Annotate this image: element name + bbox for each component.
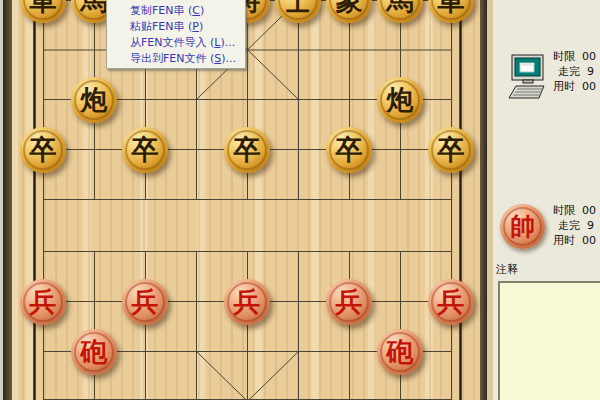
- menu-item-c[interactable]: 复制FEN串 (C): [107, 3, 245, 19]
- annotation-textarea[interactable]: [498, 281, 600, 400]
- piece-red-兵[interactable]: 兵: [326, 279, 372, 325]
- clock-value: 00: [582, 50, 596, 63]
- piece-black-炮[interactable]: 炮: [71, 77, 117, 123]
- piece-glyph: 卒: [30, 136, 57, 163]
- board-left-edge: [3, 0, 12, 400]
- piece-glyph: 卒: [336, 136, 363, 163]
- piece-glyph: 炮: [81, 86, 108, 113]
- piece-red-兵[interactable]: 兵: [224, 279, 270, 325]
- piece-glyph: 馬: [81, 0, 108, 14]
- piece-glyph: 兵: [132, 288, 159, 315]
- piece-glyph: 卒: [132, 136, 159, 163]
- clock-line: 用时00: [553, 233, 596, 248]
- piece-black-卒[interactable]: 卒: [326, 127, 372, 173]
- computer-icon: [508, 54, 546, 105]
- piece-glyph: 兵: [336, 288, 363, 315]
- board-left-margin: [12, 0, 18, 400]
- clock-label: 走完: [558, 65, 580, 78]
- red-king-icon: 帥: [500, 204, 545, 249]
- piece-glyph: 車: [438, 0, 465, 14]
- piece-glyph: 馬: [387, 0, 414, 14]
- piece-glyph: 砲: [81, 338, 108, 365]
- piece-black-炮[interactable]: 炮: [377, 77, 423, 123]
- computer-clock: 时限00走完9用时00: [553, 49, 596, 94]
- menu-item-l[interactable]: 从FEN文件导入 (L)...: [107, 35, 245, 51]
- piece-black-卒[interactable]: 卒: [224, 127, 270, 173]
- piece-glyph: 卒: [234, 136, 261, 163]
- clock-value: 9: [587, 219, 594, 232]
- piece-red-兵[interactable]: 兵: [122, 279, 168, 325]
- red-king-glyph: 帥: [510, 210, 535, 243]
- clock-value: 00: [582, 204, 596, 217]
- piece-glyph: 炮: [387, 86, 414, 113]
- piece-glyph: 兵: [234, 288, 261, 315]
- clock-line: 走完9: [553, 218, 596, 233]
- clock-value: 00: [582, 234, 596, 247]
- piece-glyph: 砲: [387, 338, 414, 365]
- piece-glyph: 兵: [30, 288, 57, 315]
- clock-label: 时限: [553, 204, 575, 217]
- piece-red-砲[interactable]: 砲: [71, 329, 117, 375]
- clock-value: 9: [587, 65, 594, 78]
- annotation-label: 注释: [496, 262, 518, 277]
- piece-red-砲[interactable]: 砲: [377, 329, 423, 375]
- clock-line: 时限00: [553, 49, 596, 64]
- fen-context-menu: 复制FEN串 (C)粘贴FEN串 (P)从FEN文件导入 (L)...导出到FE…: [106, 0, 246, 69]
- clock-label: 时限: [553, 50, 575, 63]
- piece-red-兵[interactable]: 兵: [20, 279, 66, 325]
- piece-glyph: 卒: [438, 136, 465, 163]
- piece-glyph: 士: [285, 0, 312, 14]
- clock-label: 用时: [553, 234, 575, 247]
- red-clock: 时限00走完9用时00: [553, 203, 596, 248]
- clock-label: 用时: [553, 80, 575, 93]
- clock-value: 00: [582, 80, 596, 93]
- piece-red-兵[interactable]: 兵: [428, 279, 474, 325]
- piece-black-卒[interactable]: 卒: [122, 127, 168, 173]
- piece-black-卒[interactable]: 卒: [428, 127, 474, 173]
- clock-label: 走完: [558, 219, 580, 232]
- menu-item-p[interactable]: 粘贴FEN串 (P): [107, 19, 245, 35]
- clock-line: 走完9: [553, 64, 596, 79]
- clock-line: 时限00: [553, 203, 596, 218]
- piece-glyph: 兵: [438, 288, 465, 315]
- menu-item-s[interactable]: 导出到FEN文件 (S)...: [107, 51, 245, 67]
- clock-line: 用时00: [553, 79, 596, 94]
- piece-glyph: 象: [336, 0, 363, 14]
- piece-glyph: 車: [30, 0, 57, 14]
- piece-black-卒[interactable]: 卒: [20, 127, 66, 173]
- board-right-edge: [480, 0, 487, 400]
- info-panel: 时限00走完9用时00 帥 时限00走完9用时00 注释: [493, 0, 600, 400]
